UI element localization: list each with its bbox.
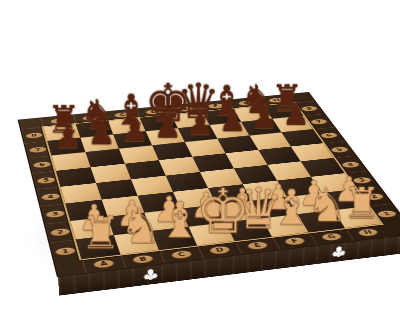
rank-1-medallion: 1 [56, 247, 75, 255]
rank-7-medallion: 7 [310, 119, 327, 125]
rank-7-medallion: 7 [30, 147, 47, 153]
rank-5-medallion: 5 [37, 177, 55, 184]
square-a7: ♟ [47, 138, 85, 156]
square-b2: ♟ [108, 213, 152, 235]
rank-8-medallion: 8 [301, 106, 318, 111]
file-d-medallion: D [210, 246, 230, 254]
file-h-medallion: H [268, 97, 284, 102]
file-f-medallion: F [284, 237, 304, 245]
rank-4-medallion: 4 [341, 161, 360, 167]
clasp-icon [332, 246, 346, 258]
piece-black-king-d8: ♚ [145, 78, 178, 128]
file-b-medallion: B [83, 115, 99, 121]
square-a5 [56, 167, 96, 187]
square-c4 [131, 176, 173, 196]
rank-6-medallion: 6 [320, 132, 338, 138]
square-a6 [52, 152, 91, 171]
rank-3-medallion: 3 [352, 177, 371, 184]
square-e5 [192, 153, 234, 172]
rank-6-medallion: 6 [33, 161, 50, 167]
file-c-medallion: C [114, 112, 130, 117]
clasp-icon [144, 268, 159, 280]
file-f-medallion: F [208, 103, 224, 108]
square-e4 [200, 168, 243, 188]
square-d4 [166, 172, 208, 192]
square-a1: ♜ [76, 235, 121, 259]
file-b-medallion: B [133, 255, 153, 263]
rank-2-medallion: 2 [364, 193, 384, 200]
product-photo: ABCDEFGH ABCDEFGH 87654321 87654321 ♜♞♝♚… [0, 0, 400, 330]
rank-5-medallion: 5 [330, 146, 348, 152]
square-g2: ♟ [287, 193, 333, 214]
file-h-medallion: H [358, 228, 379, 236]
file-d-medallion: D [146, 109, 162, 114]
square-a4 [61, 183, 102, 203]
square-h2: ♟ [322, 189, 368, 210]
rank-3-medallion: 3 [46, 210, 64, 217]
square-b4 [96, 179, 138, 199]
rank-2-medallion: 2 [51, 228, 70, 236]
file-e-medallion: E [177, 106, 193, 111]
file-a-medallion: A [51, 118, 67, 124]
file-g-medallion: G [321, 233, 342, 241]
rank-4-medallion: 4 [42, 193, 60, 200]
file-g-medallion: G [238, 100, 254, 105]
file-c-medallion: C [171, 250, 191, 258]
rank-1-medallion: 1 [377, 210, 397, 217]
square-g5 [258, 147, 300, 165]
rank-8-medallion: 8 [26, 132, 42, 138]
file-e-medallion: E [247, 241, 267, 249]
file-a-medallion: A [94, 259, 114, 267]
